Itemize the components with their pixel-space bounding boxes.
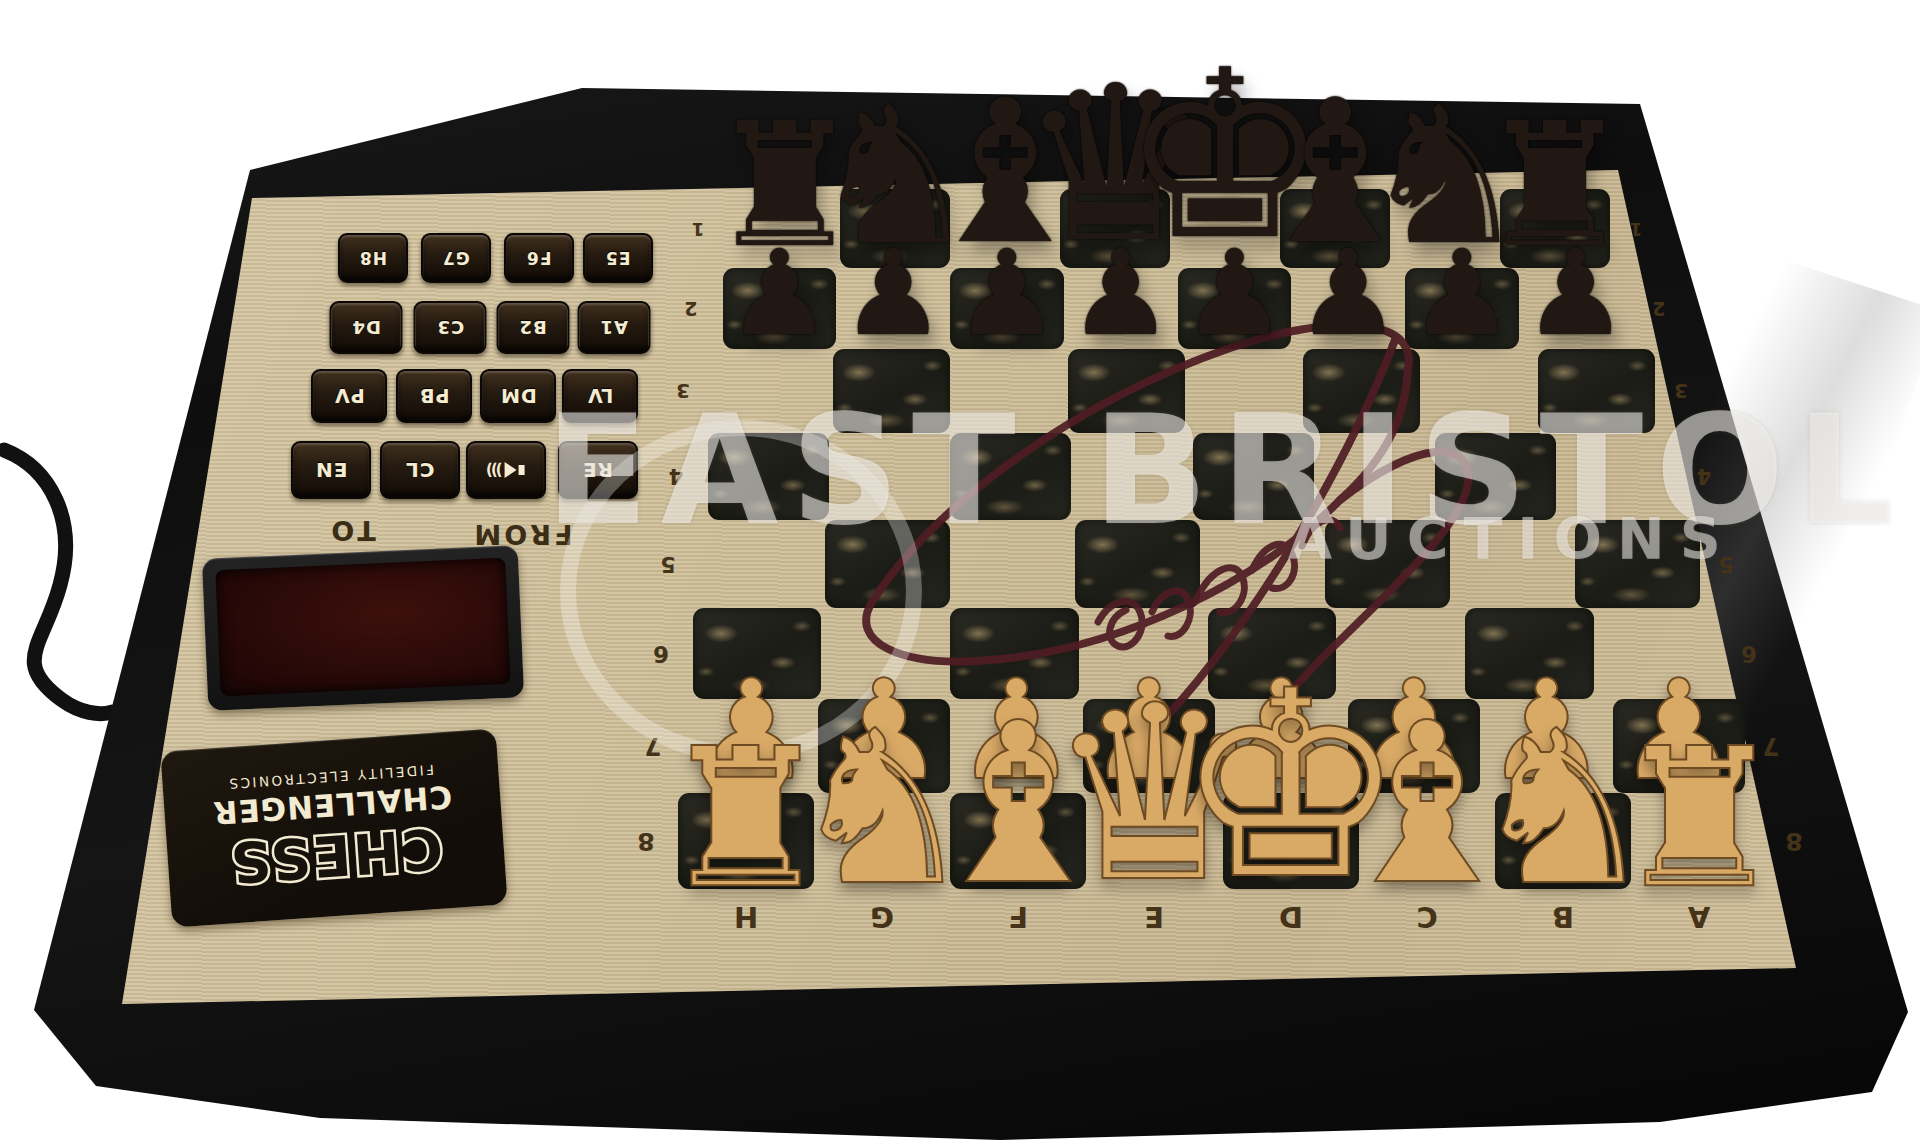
key-label: CL bbox=[405, 458, 434, 482]
square bbox=[950, 433, 1071, 519]
white-rook[interactable]: ♜ bbox=[1613, 723, 1785, 915]
square bbox=[1575, 520, 1700, 609]
key-a1[interactable]: A1 bbox=[578, 301, 651, 354]
from-label: FROM bbox=[471, 519, 572, 550]
rank-label-right: 8 bbox=[1785, 827, 1802, 856]
logo-plate: CHESS CHALLENGER FIDELITY ELECTRONICS bbox=[160, 728, 507, 927]
key-c3[interactable]: C3 bbox=[414, 301, 487, 354]
rank-label-left: 1 bbox=[692, 218, 705, 239]
rank-label-left: 8 bbox=[637, 827, 654, 856]
square bbox=[700, 520, 825, 609]
square bbox=[1314, 433, 1435, 519]
rank-label-left: 4 bbox=[668, 464, 683, 488]
speaker-button[interactable]: ))) bbox=[466, 441, 546, 499]
key-label: G7 bbox=[442, 248, 470, 268]
key-label: H8 bbox=[359, 248, 387, 268]
key-b2[interactable]: B2 bbox=[497, 301, 570, 354]
square bbox=[1075, 520, 1200, 609]
speaker-icon: ))) bbox=[488, 461, 525, 479]
rank-label-right: 4 bbox=[1696, 464, 1711, 488]
black-pawn[interactable]: ♟ bbox=[726, 234, 832, 352]
key-label: PV bbox=[334, 385, 365, 407]
board-row bbox=[708, 433, 1678, 519]
logo-text-block: CHESS CHALLENGER FIDELITY ELECTRONICS bbox=[205, 760, 463, 896]
square bbox=[1200, 520, 1325, 609]
key-label: F6 bbox=[526, 248, 551, 268]
square bbox=[1071, 433, 1192, 519]
key-dm[interactable]: DM bbox=[480, 369, 556, 423]
black-pawn[interactable]: ♟ bbox=[1523, 234, 1629, 352]
key-re[interactable]: RE bbox=[558, 441, 638, 499]
rank-label-right: 5 bbox=[1718, 551, 1733, 576]
key-label: A1 bbox=[600, 317, 628, 338]
board-row bbox=[700, 520, 1700, 609]
black-pawn[interactable]: ♟ bbox=[1181, 234, 1287, 352]
key-label: LV bbox=[587, 385, 613, 407]
square bbox=[950, 520, 1075, 609]
rank-label-right: 3 bbox=[1674, 379, 1688, 403]
black-pawn[interactable]: ♟ bbox=[1409, 234, 1515, 352]
rank-label-left: 2 bbox=[684, 298, 697, 320]
key-cl[interactable]: CL bbox=[380, 441, 460, 499]
key-label: RE bbox=[582, 458, 613, 482]
key-en[interactable]: EN bbox=[291, 441, 371, 499]
key-pv[interactable]: PV bbox=[311, 369, 387, 423]
rank-label-left: 5 bbox=[660, 551, 675, 576]
key-d4[interactable]: D4 bbox=[330, 301, 403, 354]
black-pawn[interactable]: ♟ bbox=[1295, 234, 1401, 352]
led-display-screen bbox=[215, 558, 510, 697]
key-label: DM bbox=[500, 385, 537, 407]
square bbox=[1556, 433, 1677, 519]
rank-label-right: 6 bbox=[1740, 641, 1756, 667]
key-lv[interactable]: LV bbox=[562, 369, 638, 423]
led-display-bezel bbox=[202, 545, 524, 711]
rank-label-left: 3 bbox=[676, 379, 690, 403]
key-label: PB bbox=[419, 385, 449, 407]
black-pawn[interactable]: ♟ bbox=[1068, 234, 1174, 352]
key-label: E5 bbox=[605, 248, 630, 268]
rank-label-left: 6 bbox=[652, 641, 668, 667]
to-label: TO bbox=[328, 515, 375, 546]
square bbox=[1450, 520, 1575, 609]
key-label: EN bbox=[315, 458, 347, 482]
black-pawn[interactable]: ♟ bbox=[840, 234, 946, 352]
key-h8[interactable]: H8 bbox=[338, 233, 408, 283]
black-pawn[interactable]: ♟ bbox=[954, 234, 1060, 352]
key-label: D4 bbox=[351, 317, 380, 338]
key-e5[interactable]: E5 bbox=[583, 233, 653, 283]
key-pb[interactable]: PB bbox=[396, 369, 472, 423]
square bbox=[1325, 520, 1450, 609]
square bbox=[825, 520, 950, 609]
power-cable bbox=[0, 0, 140, 760]
square bbox=[829, 433, 950, 519]
key-f6[interactable]: F6 bbox=[504, 233, 574, 283]
key-label: B2 bbox=[519, 317, 547, 338]
square bbox=[708, 433, 829, 519]
square bbox=[1193, 433, 1314, 519]
square bbox=[1435, 433, 1556, 519]
key-g7[interactable]: G7 bbox=[421, 233, 491, 283]
key-label: C3 bbox=[436, 317, 464, 338]
rank-label-right: 2 bbox=[1652, 298, 1665, 320]
